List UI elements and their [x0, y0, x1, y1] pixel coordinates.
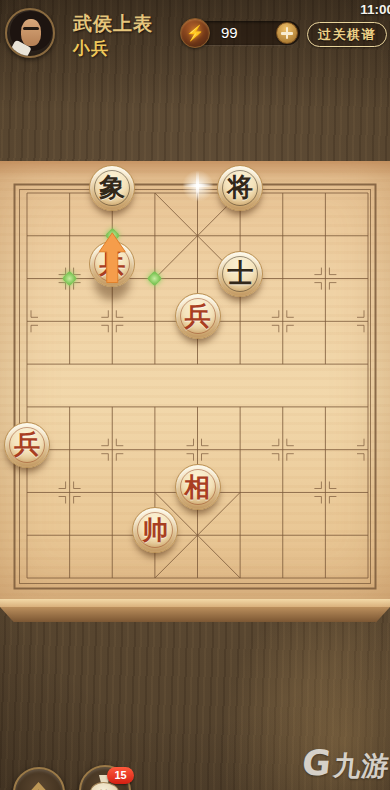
piece-red-general[interactable]: 帅	[132, 507, 178, 553]
sparkle-effect	[180, 168, 216, 204]
stage-subtitle: 小兵	[73, 37, 109, 60]
bottom-bar: 锦 15 G 九游	[0, 710, 390, 790]
move-hint[interactable]	[62, 271, 78, 287]
jiuyou-logo-icon: G	[301, 748, 333, 780]
piece-red-soldier[interactable]: 兵	[4, 422, 50, 468]
piece-black-general[interactable]: 将	[217, 165, 263, 211]
add-energy-button[interactable]	[276, 22, 298, 44]
bag-badge-count: 15	[107, 767, 134, 784]
avatar-face	[21, 19, 41, 46]
board-bevel-edge	[0, 599, 390, 607]
top-bar: 武侯上表 小兵 ⚡ 99 过关棋谱 11:00	[0, 0, 390, 70]
player-avatar[interactable]	[5, 8, 55, 58]
app-screen: 象将兵士兵兵相帅 武侯上表 小兵 ⚡ 99 过关棋谱 11:00	[0, 0, 390, 790]
stage-guide-button[interactable]: 过关棋谱	[307, 22, 387, 47]
clock-time: 11:00	[360, 2, 390, 17]
piece-red-elephant[interactable]: 相	[175, 464, 221, 510]
piece-red-soldier[interactable]: 兵	[175, 293, 221, 339]
piece-black-advisor[interactable]: 士	[217, 251, 263, 297]
stage-title: 武侯上表	[73, 11, 153, 37]
energy-count: 99	[221, 21, 238, 45]
chevron-up-icon	[15, 769, 62, 790]
plus-icon	[286, 27, 289, 39]
board-grid[interactable]: 象将兵士兵兵相帅	[6, 172, 390, 600]
collapse-menu-button[interactable]	[13, 767, 65, 790]
lightning-icon: ⚡	[180, 18, 210, 48]
jiuyou-text: 九游	[332, 748, 390, 784]
move-hint[interactable]	[147, 271, 163, 287]
board-front-edge	[0, 607, 390, 622]
energy-pill: ⚡ 99	[183, 21, 300, 45]
jiuyou-watermark: G 九游	[300, 748, 390, 784]
piece-black-elephant[interactable]: 象	[89, 165, 135, 211]
piece-red-soldier[interactable]: 兵	[89, 241, 135, 287]
avatar-brow	[23, 27, 39, 30]
item-bag-button[interactable]: 锦 15	[79, 765, 131, 790]
